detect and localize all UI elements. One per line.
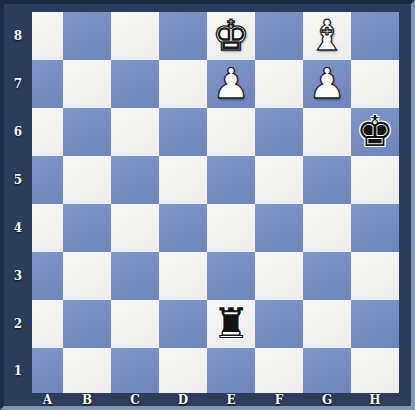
square-c4[interactable] bbox=[111, 204, 159, 252]
square-d6[interactable] bbox=[159, 108, 207, 156]
square-e5[interactable] bbox=[207, 156, 255, 204]
rank-label-4: 4 bbox=[4, 204, 32, 252]
square-f7[interactable] bbox=[255, 60, 303, 108]
rank-label-2: 2 bbox=[4, 300, 32, 348]
square-a4[interactable] bbox=[32, 204, 63, 252]
square-b3[interactable] bbox=[63, 252, 111, 300]
rank-label-5: 5 bbox=[4, 156, 32, 204]
square-b7[interactable] bbox=[63, 60, 111, 108]
square-c5[interactable] bbox=[111, 156, 159, 204]
square-a7[interactable] bbox=[32, 60, 63, 108]
square-e2[interactable]: ♜ bbox=[207, 300, 255, 348]
square-h5[interactable] bbox=[351, 156, 399, 204]
square-g1[interactable] bbox=[303, 348, 351, 393]
square-g5[interactable] bbox=[303, 156, 351, 204]
square-c3[interactable] bbox=[111, 252, 159, 300]
square-d7[interactable] bbox=[159, 60, 207, 108]
square-b4[interactable] bbox=[63, 204, 111, 252]
square-a6[interactable] bbox=[32, 108, 63, 156]
square-d2[interactable] bbox=[159, 300, 207, 348]
rank-label-1: 1 bbox=[4, 348, 32, 393]
square-f2[interactable] bbox=[255, 300, 303, 348]
file-label-G: G bbox=[303, 393, 351, 407]
square-h7[interactable] bbox=[351, 60, 399, 108]
square-c1[interactable] bbox=[111, 348, 159, 393]
file-label-D: D bbox=[159, 393, 207, 407]
square-b5[interactable] bbox=[63, 156, 111, 204]
rank-label-8: 8 bbox=[4, 12, 32, 60]
square-e4[interactable] bbox=[207, 204, 255, 252]
square-g8[interactable]: ♝ bbox=[303, 12, 351, 60]
white-pawn[interactable]: ♟ bbox=[212, 63, 250, 105]
square-c2[interactable] bbox=[111, 300, 159, 348]
square-g6[interactable] bbox=[303, 108, 351, 156]
square-a5[interactable] bbox=[32, 156, 63, 204]
chess-board-frame: 8♚♝7♟♟6♚5432♜1ABCDEFGH bbox=[0, 0, 415, 410]
square-d3[interactable] bbox=[159, 252, 207, 300]
square-g7[interactable]: ♟ bbox=[303, 60, 351, 108]
square-d5[interactable] bbox=[159, 156, 207, 204]
square-a1[interactable] bbox=[32, 348, 63, 393]
white-bishop[interactable]: ♝ bbox=[308, 15, 346, 57]
square-h3[interactable] bbox=[351, 252, 399, 300]
square-b1[interactable] bbox=[63, 348, 111, 393]
square-c7[interactable] bbox=[111, 60, 159, 108]
white-king[interactable]: ♚ bbox=[212, 15, 250, 57]
rank-label-6: 6 bbox=[4, 108, 32, 156]
square-f5[interactable] bbox=[255, 156, 303, 204]
square-a2[interactable] bbox=[32, 300, 63, 348]
square-h4[interactable] bbox=[351, 204, 399, 252]
square-f8[interactable] bbox=[255, 12, 303, 60]
square-h2[interactable] bbox=[351, 300, 399, 348]
rank-label-3: 3 bbox=[4, 252, 32, 300]
square-h1[interactable] bbox=[351, 348, 399, 393]
file-label-B: B bbox=[63, 393, 111, 407]
square-e6[interactable] bbox=[207, 108, 255, 156]
square-e8[interactable]: ♚ bbox=[207, 12, 255, 60]
square-e7[interactable]: ♟ bbox=[207, 60, 255, 108]
square-e3[interactable] bbox=[207, 252, 255, 300]
square-f3[interactable] bbox=[255, 252, 303, 300]
file-label-A: A bbox=[32, 393, 63, 407]
square-d8[interactable] bbox=[159, 12, 207, 60]
square-d1[interactable] bbox=[159, 348, 207, 393]
square-e1[interactable] bbox=[207, 348, 255, 393]
square-a3[interactable] bbox=[32, 252, 63, 300]
file-label-F: F bbox=[255, 393, 303, 407]
square-b8[interactable] bbox=[63, 12, 111, 60]
square-c8[interactable] bbox=[111, 12, 159, 60]
black-king[interactable]: ♚ bbox=[356, 111, 394, 153]
square-g3[interactable] bbox=[303, 252, 351, 300]
white-pawn[interactable]: ♟ bbox=[308, 63, 346, 105]
file-label-C: C bbox=[111, 393, 159, 407]
black-rook[interactable]: ♜ bbox=[212, 303, 250, 345]
square-h8[interactable] bbox=[351, 12, 399, 60]
rank-label-7: 7 bbox=[4, 60, 32, 108]
square-b6[interactable] bbox=[63, 108, 111, 156]
file-label-H: H bbox=[351, 393, 399, 407]
file-label-E: E bbox=[207, 393, 255, 407]
square-a8[interactable] bbox=[32, 12, 63, 60]
square-b2[interactable] bbox=[63, 300, 111, 348]
square-f6[interactable] bbox=[255, 108, 303, 156]
square-g2[interactable] bbox=[303, 300, 351, 348]
square-f4[interactable] bbox=[255, 204, 303, 252]
square-f1[interactable] bbox=[255, 348, 303, 393]
square-h6[interactable]: ♚ bbox=[351, 108, 399, 156]
square-c6[interactable] bbox=[111, 108, 159, 156]
square-g4[interactable] bbox=[303, 204, 351, 252]
square-d4[interactable] bbox=[159, 204, 207, 252]
